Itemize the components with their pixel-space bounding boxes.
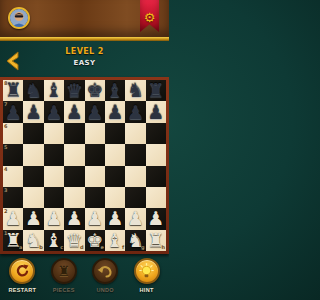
piece-black-pawn: ♟ [66,103,83,122]
undo-icon [97,265,113,278]
file-label-d: d [80,245,84,250]
square-e8[interactable]: ♚ [85,80,105,101]
rank-label-2: 2 [4,209,7,214]
piece-black-knight: ♞ [127,81,144,100]
rank-label-5: 5 [4,145,7,150]
square-d5[interactable] [64,144,84,165]
square-c5[interactable] [44,144,64,165]
square-b2[interactable]: ♟ [23,208,43,229]
piece-black-king: ♚ [86,81,103,100]
square-c8[interactable]: ♝ [44,80,64,101]
piece-white-pawn: ♟ [25,209,42,228]
square-a3[interactable]: 3 [3,187,23,208]
bottom-toolbar: RESTART ♜ PIECES UNDO [0,254,169,300]
square-a5[interactable]: 5 [3,144,23,165]
square-b8[interactable]: ♞ [23,80,43,101]
square-e6[interactable] [85,123,105,144]
piece-black-knight: ♞ [25,81,42,100]
piece-black-bishop: ♝ [45,81,62,100]
piece-black-pawn: ♟ [107,103,124,122]
piece-white-pawn: ♟ [5,209,22,228]
square-h1[interactable]: h♜ [146,230,166,251]
square-a4[interactable]: 4 [3,166,23,187]
undo-label: UNDO [96,287,113,293]
square-e7[interactable]: ♟ [85,101,105,122]
piece-white-pawn: ♟ [86,209,103,228]
square-h6[interactable] [146,123,166,144]
square-b3[interactable] [23,187,43,208]
square-g1[interactable]: g♞ [125,230,145,251]
square-c2[interactable]: ♟ [44,208,64,229]
square-a6[interactable]: 6 [3,123,23,144]
piece-black-pawn: ♟ [147,103,164,122]
square-g8[interactable]: ♞ [125,80,145,101]
rank-label-1: 1 [4,231,7,236]
piece-black-pawn: ♟ [86,103,103,122]
square-f7[interactable]: ♟ [105,101,125,122]
square-b4[interactable] [23,166,43,187]
square-e2[interactable]: ♟ [85,208,105,229]
restart-icon [15,264,29,278]
square-c4[interactable] [44,166,64,187]
square-b5[interactable] [23,144,43,165]
square-g4[interactable] [125,166,145,187]
piece-white-pawn: ♟ [66,209,83,228]
square-b7[interactable]: ♟ [23,101,43,122]
square-c1[interactable]: c♝ [44,230,64,251]
rank-label-4: 4 [4,167,7,172]
rank-label-6: 6 [4,124,7,129]
player-avatar-photo [10,9,28,27]
square-d1[interactable]: d♛ [64,230,84,251]
file-label-a: a [19,245,22,250]
piece-white-pawn: ♟ [127,209,144,228]
restart-button[interactable]: RESTART [3,258,41,293]
chess-board: 8♜♞♝♛♚♝♞♜7♟♟♟♟♟♟♟♟65432♟♟♟♟♟♟♟♟1a♜b♞c♝d♛… [0,77,169,254]
piece-white-rook: ♜ [147,231,164,250]
hint-label: HINT [140,287,154,293]
square-b1[interactable]: b♞ [23,230,43,251]
hint-button[interactable]: HINT [128,258,166,293]
square-g5[interactable] [125,144,145,165]
piece-white-pawn: ♟ [147,209,164,228]
piece-white-knight: ♞ [127,231,144,250]
square-h5[interactable] [146,144,166,165]
square-f4[interactable] [105,166,125,187]
restart-label: RESTART [9,287,37,293]
square-a2[interactable]: 2♟ [3,208,23,229]
square-f1[interactable]: f♝ [105,230,125,251]
piece-white-king: ♚ [86,231,103,250]
file-label-f: f [122,245,124,250]
square-c3[interactable] [44,187,64,208]
square-h3[interactable] [146,187,166,208]
square-a8[interactable]: 8♜ [3,80,23,101]
piece-white-pawn: ♟ [107,209,124,228]
square-d4[interactable] [64,166,84,187]
rook-icon: ♜ [58,264,71,278]
settings-button[interactable]: ⚙ [140,0,159,32]
square-c6[interactable] [44,123,64,144]
square-g2[interactable]: ♟ [125,208,145,229]
square-e3[interactable] [85,187,105,208]
file-label-g: g [141,245,145,250]
piece-white-bishop: ♝ [107,231,124,250]
file-label-e: e [100,245,103,250]
player-avatar[interactable] [8,7,30,29]
piece-white-rook: ♜ [5,231,22,250]
piece-black-pawn: ♟ [25,103,42,122]
square-e1[interactable]: e♚ [85,230,105,251]
file-label-h: h [161,245,165,250]
rank-label-7: 7 [4,102,7,107]
square-d8[interactable]: ♛ [64,80,84,101]
piece-black-rook: ♜ [5,81,22,100]
square-a7[interactable]: 7♟ [3,101,23,122]
square-h8[interactable]: ♜ [146,80,166,101]
piece-black-queen: ♛ [66,81,83,100]
piece-white-knight: ♞ [25,231,42,250]
square-g6[interactable] [125,123,145,144]
file-label-c: c [60,245,63,250]
square-d7[interactable]: ♟ [64,101,84,122]
piece-white-bishop: ♝ [45,231,62,250]
square-h2[interactable]: ♟ [146,208,166,229]
square-f5[interactable] [105,144,125,165]
square-d2[interactable]: ♟ [64,208,84,229]
square-f3[interactable] [105,187,125,208]
square-h4[interactable] [146,166,166,187]
square-e4[interactable] [85,166,105,187]
square-f2[interactable]: ♟ [105,208,125,229]
square-f6[interactable] [105,123,125,144]
square-d3[interactable] [64,187,84,208]
top-bar: ⚙ [0,0,169,37]
rank-label-8: 8 [4,81,7,86]
square-e5[interactable] [85,144,105,165]
gear-icon: ⚙ [140,11,159,24]
square-g7[interactable]: ♟ [125,101,145,122]
square-b6[interactable] [23,123,43,144]
piece-black-pawn: ♟ [45,103,62,122]
square-a1[interactable]: 1a♜ [3,230,23,251]
piece-white-pawn: ♟ [45,209,62,228]
square-h7[interactable]: ♟ [146,101,166,122]
undo-button[interactable]: UNDO [86,258,124,293]
square-c7[interactable]: ♟ [44,101,64,122]
board-grid: 8♜♞♝♛♚♝♞♜7♟♟♟♟♟♟♟♟65432♟♟♟♟♟♟♟♟1a♜b♞c♝d♛… [3,80,166,251]
piece-black-pawn: ♟ [5,103,22,122]
square-f8[interactable]: ♝ [105,80,125,101]
lightbulb-icon [139,263,154,279]
difficulty-label: EASY [0,59,169,67]
piece-black-pawn: ♟ [127,103,144,122]
square-g3[interactable] [125,187,145,208]
square-d6[interactable] [64,123,84,144]
rank-label-3: 3 [4,188,7,193]
piece-white-queen: ♛ [66,231,83,250]
piece-black-bishop: ♝ [107,81,124,100]
level-label: LEVEL 2 [0,47,169,56]
level-bar: LEVEL 2 EASY [0,41,169,77]
file-label-b: b [39,245,43,250]
pieces-label: PIECES [53,287,75,293]
piece-black-rook: ♜ [147,81,164,100]
pieces-button[interactable]: ♜ PIECES [45,258,83,293]
